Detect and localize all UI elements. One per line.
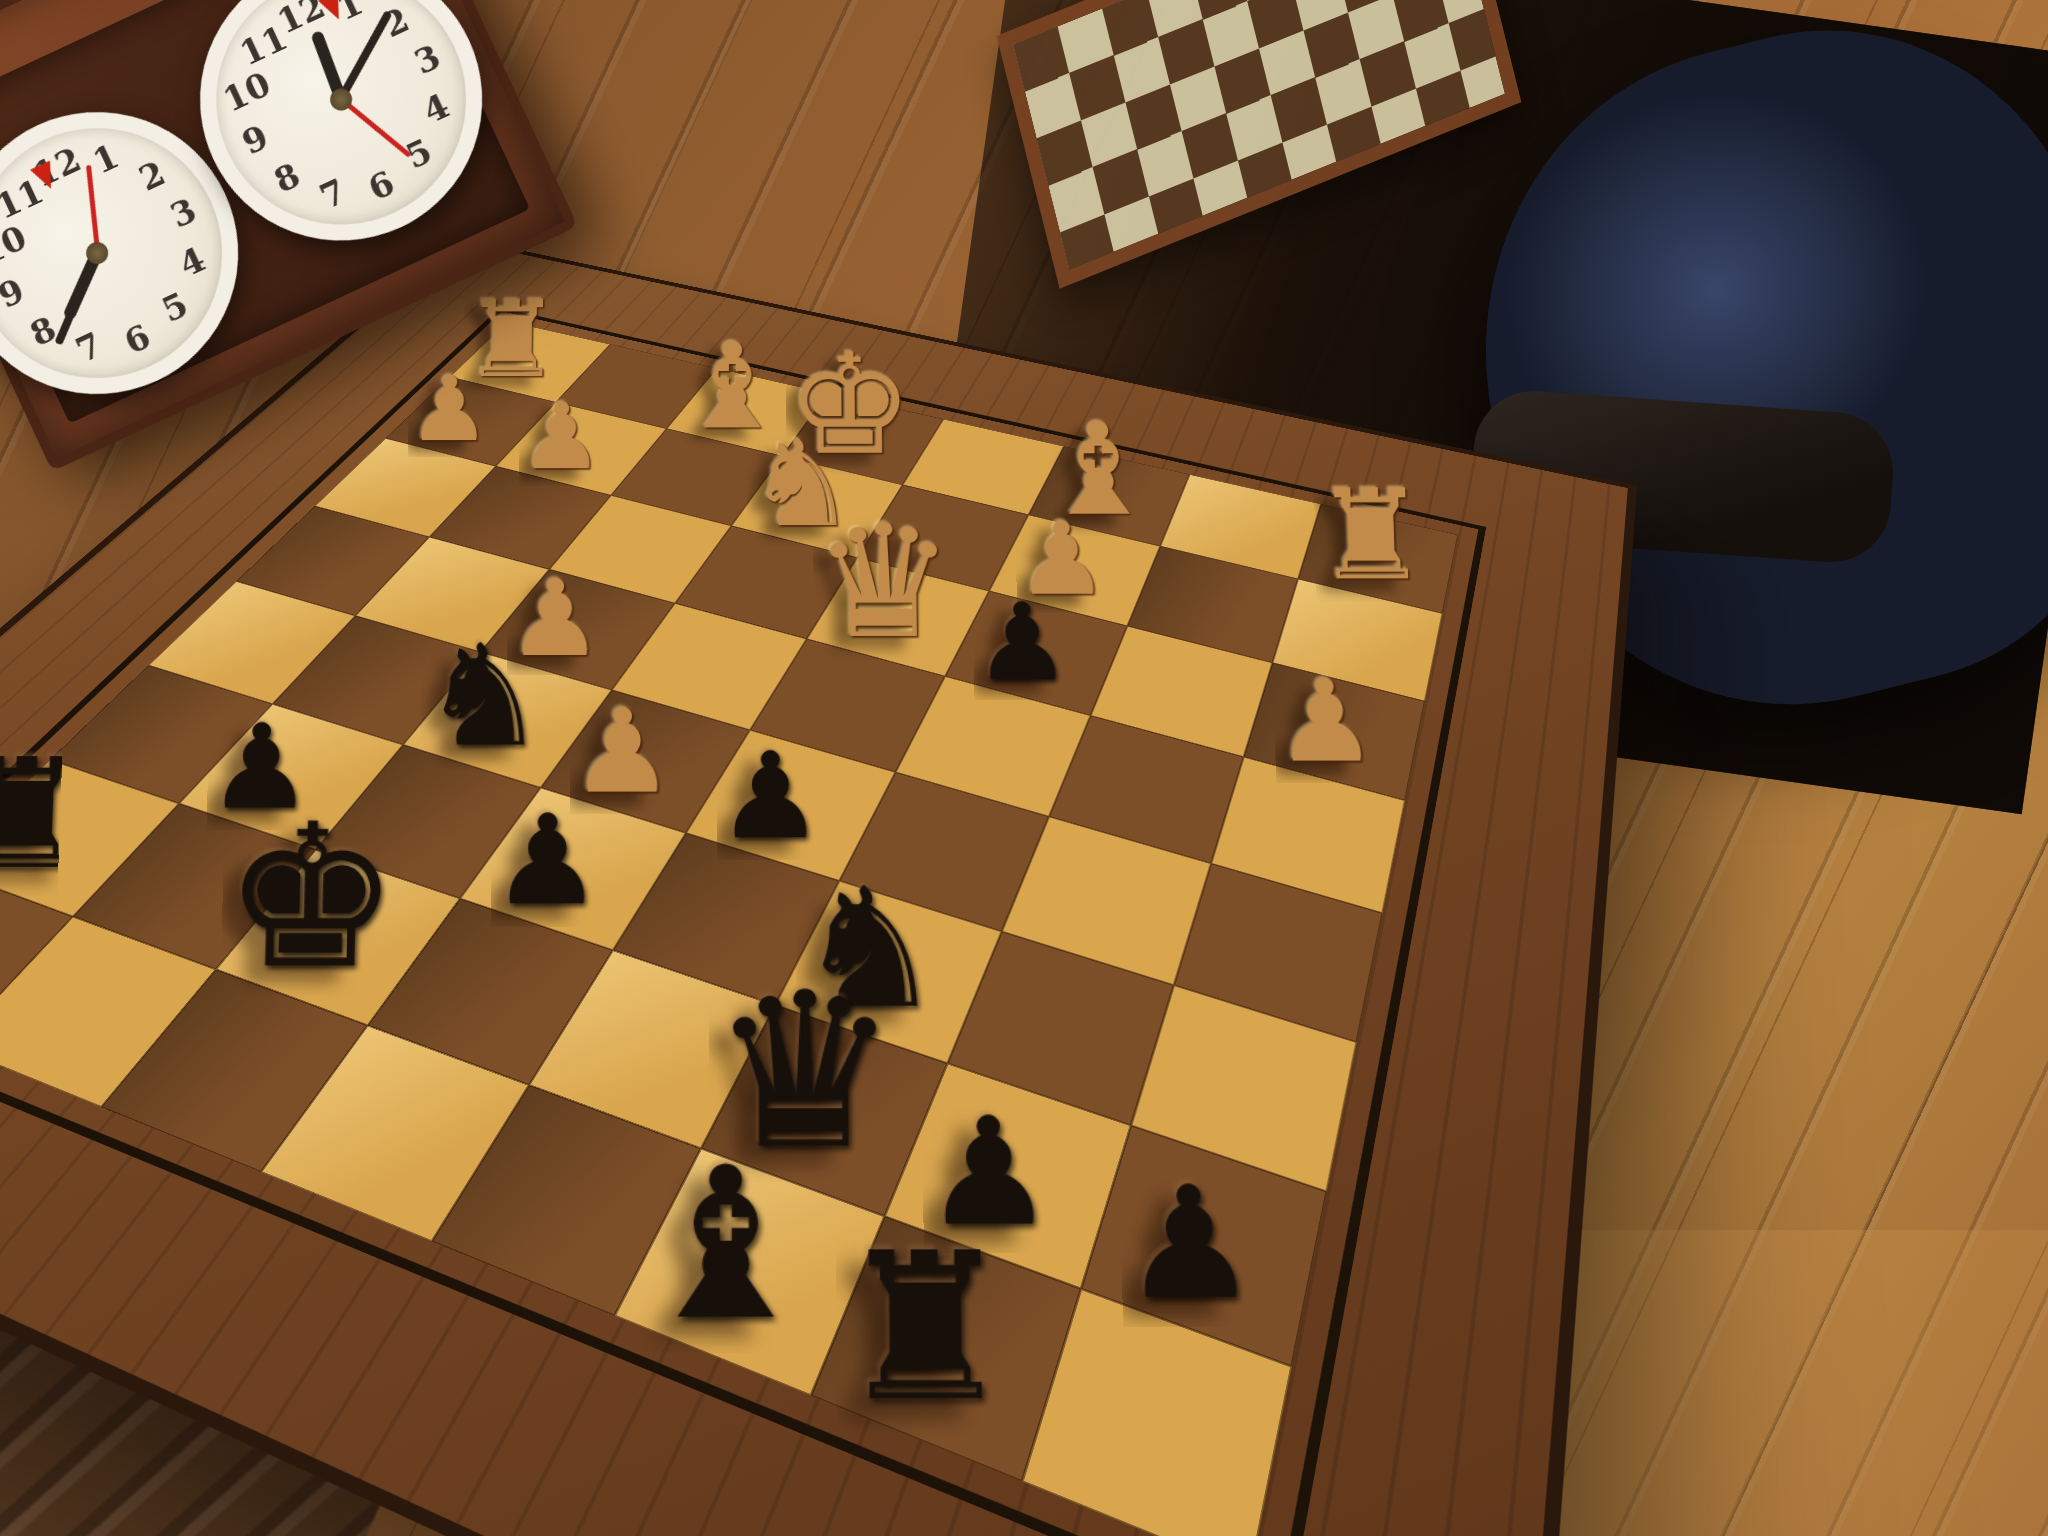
clock-numeral-9: 9 xyxy=(236,117,274,163)
photo-scene: { "game": "chess", "scene": { "descripti… xyxy=(0,0,2048,1536)
piece-black-rook-b8: ♜ xyxy=(836,1226,1016,1430)
chess-board: ♜♝♚♝♜♟♟♞♟♛♟♟♟♞♟♟♟♟♞♜♚♛♟♟♝♜ xyxy=(0,241,1628,1536)
piece-black-pawn-c3: ♟ xyxy=(973,588,1072,696)
clock-numeral-9: 9 xyxy=(0,270,30,316)
clock-numeral-3: 3 xyxy=(164,190,202,236)
piece-black-pawn-a7: ♟ xyxy=(1120,1165,1260,1320)
clock-numeral-6: 6 xyxy=(118,316,156,362)
piece-black-bishop-c8: ♝ xyxy=(633,1139,818,1349)
clock-numeral-10: 10 xyxy=(217,63,277,119)
piece-white-pawn-a3: ♟ xyxy=(1273,664,1379,778)
piece-white-pawn-h2: ♟ xyxy=(408,364,491,454)
clock-numeral-4: 4 xyxy=(417,85,455,131)
clock-numeral-7: 7 xyxy=(314,171,352,217)
piece-black-pawn-d5: ♟ xyxy=(717,736,825,856)
clock-numeral-3: 3 xyxy=(408,36,446,82)
clock-numeral-6: 6 xyxy=(362,163,400,209)
clock-numeral-8: 8 xyxy=(23,308,61,354)
clock-numeral-5: 5 xyxy=(156,284,194,330)
piece-black-pawn-e6: ♟ xyxy=(491,798,604,923)
piece-black-king-f7: ♚ xyxy=(220,798,402,997)
piece-white-queen-d3: ♛ xyxy=(813,504,956,660)
piece-white-rook-a1: ♜ xyxy=(1313,473,1431,598)
clock-numeral-4: 4 xyxy=(173,238,211,284)
clock-numeral-2: 2 xyxy=(132,152,170,198)
clock-numeral-8: 8 xyxy=(267,154,305,200)
clock-numeral-7: 7 xyxy=(70,325,108,371)
piece-black-rook-h7: ♜ xyxy=(0,739,96,891)
piece-black-knight-f5: ♞ xyxy=(420,626,549,767)
piece-white-pawn-g2: ♟ xyxy=(519,390,604,482)
